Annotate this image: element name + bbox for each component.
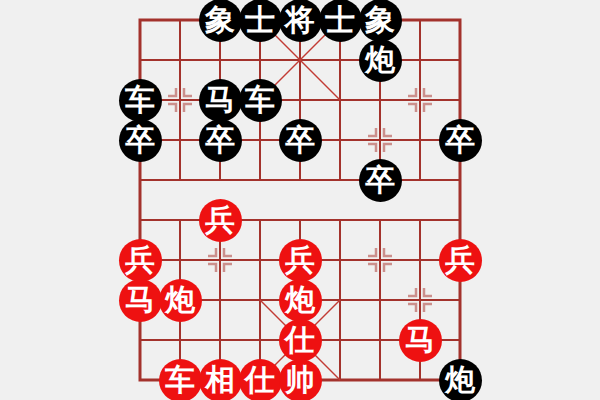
board-point[interactable]: 士 <box>320 0 360 40</box>
board-point[interactable] <box>360 360 400 400</box>
app-canvas: 象士将士象炮车马车卒卒卒卒卒兵兵兵兵马炮炮仕马车相仕帅炮 <box>0 0 600 400</box>
board-point[interactable] <box>360 80 400 120</box>
board-point[interactable] <box>400 240 440 280</box>
board-point[interactable] <box>400 200 440 240</box>
board-point[interactable] <box>400 80 440 120</box>
board-point[interactable]: 马 <box>200 80 240 120</box>
board-point[interactable] <box>160 200 200 240</box>
piece-red-horse[interactable]: 马 <box>119 279 162 322</box>
board-point[interactable]: 将 <box>280 0 320 40</box>
piece-black-chariot[interactable]: 车 <box>119 79 162 122</box>
board-point[interactable] <box>160 80 200 120</box>
board-point[interactable]: 仕 <box>240 360 280 400</box>
board-point[interactable]: 兵 <box>440 240 480 280</box>
board-point[interactable]: 车 <box>120 80 160 120</box>
piece-red-soldier[interactable]: 兵 <box>279 239 322 282</box>
piece-red-chariot[interactable]: 车 <box>159 359 202 400</box>
piece-red-cannon[interactable]: 炮 <box>279 279 322 322</box>
board-point[interactable] <box>240 200 280 240</box>
board-point[interactable] <box>160 160 200 200</box>
board-point[interactable] <box>400 160 440 200</box>
board-point[interactable] <box>200 280 240 320</box>
board-point[interactable] <box>440 0 480 40</box>
board-point[interactable]: 士 <box>240 0 280 40</box>
piece-black-elephant[interactable]: 象 <box>359 0 402 42</box>
piece-red-general[interactable]: 帅 <box>279 359 322 400</box>
board-point[interactable]: 炮 <box>360 40 400 80</box>
piece-black-cannon[interactable]: 炮 <box>359 39 402 82</box>
board-point[interactable] <box>320 240 360 280</box>
board-point[interactable] <box>400 120 440 160</box>
board-point[interactable] <box>320 280 360 320</box>
board-point[interactable] <box>240 320 280 360</box>
board-point[interactable] <box>120 320 160 360</box>
board-point[interactable]: 马 <box>400 320 440 360</box>
board-point[interactable] <box>160 120 200 160</box>
board-point[interactable] <box>440 160 480 200</box>
board-point[interactable] <box>360 200 400 240</box>
board-point[interactable]: 卒 <box>120 120 160 160</box>
board-point[interactable]: 车 <box>160 360 200 400</box>
board-point[interactable] <box>320 200 360 240</box>
board-point[interactable]: 象 <box>200 0 240 40</box>
piece-black-soldier[interactable]: 卒 <box>119 119 162 162</box>
board-point[interactable]: 卒 <box>200 120 240 160</box>
board-point[interactable] <box>320 80 360 120</box>
board-point[interactable] <box>280 40 320 80</box>
board-point[interactable] <box>360 120 400 160</box>
board-point[interactable] <box>240 40 280 80</box>
board-point[interactable]: 兵 <box>280 240 320 280</box>
board-point[interactable] <box>160 240 200 280</box>
piece-black-chariot[interactable]: 车 <box>239 79 282 122</box>
board-point[interactable] <box>400 280 440 320</box>
board-point[interactable] <box>360 280 400 320</box>
board-point[interactable] <box>320 360 360 400</box>
board-point[interactable] <box>360 320 400 360</box>
board-point[interactable] <box>440 320 480 360</box>
xiangqi-board: 象士将士象炮车马车卒卒卒卒卒兵兵兵兵马炮炮仕马车相仕帅炮 <box>0 0 600 400</box>
board-point[interactable] <box>160 40 200 80</box>
board-point[interactable] <box>360 240 400 280</box>
board-point[interactable] <box>200 40 240 80</box>
board-point[interactable]: 卒 <box>280 120 320 160</box>
piece-grid: 象士将士象炮车马车卒卒卒卒卒兵兵兵兵马炮炮仕马车相仕帅炮 <box>120 0 480 400</box>
piece-red-soldier[interactable]: 兵 <box>119 239 162 282</box>
board-point[interactable] <box>240 280 280 320</box>
board-point[interactable] <box>200 240 240 280</box>
board-point[interactable]: 象 <box>360 0 400 40</box>
board-point[interactable] <box>240 120 280 160</box>
piece-black-elephant[interactable]: 象 <box>199 0 242 42</box>
board-point[interactable]: 车 <box>240 80 280 120</box>
board-point[interactable] <box>240 240 280 280</box>
board-point[interactable] <box>120 40 160 80</box>
piece-black-soldier[interactable]: 卒 <box>199 119 242 162</box>
board-point[interactable] <box>160 320 200 360</box>
piece-black-advisor[interactable]: 士 <box>319 0 362 42</box>
board-point[interactable] <box>120 200 160 240</box>
piece-black-general[interactable]: 将 <box>279 0 322 42</box>
piece-red-soldier[interactable]: 兵 <box>439 239 482 282</box>
board-point[interactable]: 相 <box>200 360 240 400</box>
piece-black-advisor[interactable]: 士 <box>239 0 282 42</box>
piece-black-cannon[interactable]: 炮 <box>439 359 482 400</box>
piece-red-advisor[interactable]: 仕 <box>239 359 282 400</box>
board-point[interactable] <box>320 40 360 80</box>
board-point[interactable] <box>120 160 160 200</box>
board-point[interactable]: 炮 <box>280 280 320 320</box>
piece-black-soldier[interactable]: 卒 <box>439 119 482 162</box>
piece-red-elephant[interactable]: 相 <box>199 359 242 400</box>
board-point[interactable] <box>200 160 240 200</box>
board-point[interactable] <box>280 200 320 240</box>
board-point[interactable] <box>440 40 480 80</box>
board-point[interactable] <box>400 0 440 40</box>
board-point[interactable]: 卒 <box>440 120 480 160</box>
board-point[interactable]: 炮 <box>440 360 480 400</box>
board-point[interactable]: 帅 <box>280 360 320 400</box>
board-point[interactable] <box>320 120 360 160</box>
piece-black-horse[interactable]: 马 <box>199 79 242 122</box>
piece-red-cannon[interactable]: 炮 <box>159 279 202 322</box>
board-point[interactable] <box>120 360 160 400</box>
piece-red-soldier[interactable]: 兵 <box>199 199 242 242</box>
piece-red-advisor[interactable]: 仕 <box>279 319 322 362</box>
board-point[interactable]: 炮 <box>160 280 200 320</box>
board-point[interactable]: 仕 <box>280 320 320 360</box>
board-point[interactable] <box>160 0 200 40</box>
board-point[interactable]: 卒 <box>360 160 400 200</box>
board-point[interactable]: 马 <box>120 280 160 320</box>
board-point[interactable] <box>440 80 480 120</box>
board-point[interactable] <box>120 0 160 40</box>
board-point[interactable] <box>280 160 320 200</box>
board-point[interactable] <box>440 280 480 320</box>
board-point[interactable]: 兵 <box>200 200 240 240</box>
board-point[interactable]: 兵 <box>120 240 160 280</box>
piece-red-horse[interactable]: 马 <box>399 319 442 362</box>
board-point[interactable] <box>240 160 280 200</box>
piece-black-soldier[interactable]: 卒 <box>359 159 402 202</box>
piece-black-soldier[interactable]: 卒 <box>279 119 322 162</box>
board-point[interactable] <box>280 80 320 120</box>
board-point[interactable] <box>440 200 480 240</box>
board-point[interactable] <box>400 360 440 400</box>
board-point[interactable] <box>400 40 440 80</box>
board-point[interactable] <box>320 160 360 200</box>
board-point[interactable] <box>200 320 240 360</box>
board-point[interactable] <box>320 320 360 360</box>
